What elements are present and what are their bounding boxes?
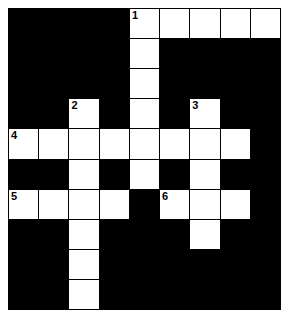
block-cell-r3c1 [9, 69, 38, 98]
block-cell-r10c7 [190, 280, 219, 309]
block-cell-r6c6 [160, 160, 189, 189]
block-cell-r1c2 [39, 9, 68, 38]
clue-number-4: 4 [11, 129, 17, 141]
cell-r1c7[interactable] [190, 9, 219, 38]
cell-r6c5[interactable] [130, 160, 159, 189]
block-cell-r8c2 [39, 220, 68, 249]
crossword-board: 123456 [8, 8, 281, 310]
block-cell-r9c2 [39, 250, 68, 279]
cell-r1c8[interactable] [221, 9, 250, 38]
cell-r7c4[interactable] [100, 190, 129, 219]
cell-r7c7[interactable] [190, 190, 219, 219]
block-cell-r8c5 [130, 220, 159, 249]
block-cell-r2c2 [39, 39, 68, 68]
cell-r1c6[interactable] [160, 9, 189, 38]
clue-number-3: 3 [192, 99, 198, 111]
block-cell-r2c8 [221, 39, 250, 68]
block-cell-r10c5 [130, 280, 159, 309]
cell-r7c6[interactable]: 6 [160, 190, 189, 219]
block-cell-r3c3 [69, 69, 98, 98]
block-cell-r4c4 [100, 99, 129, 128]
cell-r8c3[interactable] [69, 220, 98, 249]
cell-r3c5[interactable] [130, 69, 159, 98]
cell-r5c7[interactable] [190, 129, 219, 158]
cell-r5c3[interactable] [69, 129, 98, 158]
block-cell-r6c9 [251, 160, 280, 189]
cell-r4c5[interactable] [130, 99, 159, 128]
block-cell-r9c6 [160, 250, 189, 279]
cell-r4c7[interactable]: 3 [190, 99, 219, 128]
block-cell-r6c4 [100, 160, 129, 189]
block-cell-r2c3 [69, 39, 98, 68]
clue-number-6: 6 [162, 190, 168, 202]
block-cell-r1c4 [100, 9, 129, 38]
block-cell-r9c1 [9, 250, 38, 279]
block-cell-r9c8 [221, 250, 250, 279]
cell-r5c6[interactable] [160, 129, 189, 158]
cell-r7c3[interactable] [69, 190, 98, 219]
block-cell-r3c7 [190, 69, 219, 98]
block-cell-r2c4 [100, 39, 129, 68]
clue-number-1: 1 [132, 9, 138, 21]
block-cell-r5c9 [251, 129, 280, 158]
block-cell-r10c6 [160, 280, 189, 309]
cell-r5c1[interactable]: 4 [9, 129, 38, 158]
cell-r4c3[interactable]: 2 [69, 99, 98, 128]
block-cell-r9c4 [100, 250, 129, 279]
block-cell-r8c4 [100, 220, 129, 249]
block-cell-r3c6 [160, 69, 189, 98]
cell-r9c3[interactable] [69, 250, 98, 279]
block-cell-r10c2 [39, 280, 68, 309]
clue-number-5: 5 [11, 190, 17, 202]
block-cell-r9c7 [190, 250, 219, 279]
crossword-page: 123456 [0, 0, 291, 320]
cell-r1c9[interactable] [251, 9, 280, 38]
block-cell-r10c1 [9, 280, 38, 309]
block-cell-r4c1 [9, 99, 38, 128]
block-cell-r4c2 [39, 99, 68, 128]
block-cell-r10c8 [221, 280, 250, 309]
cell-r8c7[interactable] [190, 220, 219, 249]
block-cell-r9c9 [251, 250, 280, 279]
block-cell-r7c5 [130, 190, 159, 219]
block-cell-r8c8 [221, 220, 250, 249]
block-cell-r1c3 [69, 9, 98, 38]
block-cell-r1c1 [9, 9, 38, 38]
block-cell-r3c4 [100, 69, 129, 98]
block-cell-r4c8 [221, 99, 250, 128]
block-cell-r8c9 [251, 220, 280, 249]
cell-r5c2[interactable] [39, 129, 68, 158]
cell-r7c8[interactable] [221, 190, 250, 219]
cell-r7c2[interactable] [39, 190, 68, 219]
cell-r2c5[interactable] [130, 39, 159, 68]
cell-r5c4[interactable] [100, 129, 129, 158]
block-cell-r10c9 [251, 280, 280, 309]
cell-r10c3[interactable] [69, 280, 98, 309]
block-cell-r2c7 [190, 39, 219, 68]
cell-r1c5[interactable]: 1 [130, 9, 159, 38]
block-cell-r2c1 [9, 39, 38, 68]
block-cell-r3c2 [39, 69, 68, 98]
block-cell-r3c8 [221, 69, 250, 98]
cell-r6c7[interactable] [190, 160, 219, 189]
block-cell-r4c9 [251, 99, 280, 128]
block-cell-r2c6 [160, 39, 189, 68]
block-cell-r6c1 [9, 160, 38, 189]
block-cell-r9c5 [130, 250, 159, 279]
cell-r6c3[interactable] [69, 160, 98, 189]
cell-r5c5[interactable] [130, 129, 159, 158]
block-cell-r3c9 [251, 69, 280, 98]
block-cell-r4c6 [160, 99, 189, 128]
block-cell-r6c8 [221, 160, 250, 189]
block-cell-r8c1 [9, 220, 38, 249]
block-cell-r10c4 [100, 280, 129, 309]
block-cell-r6c2 [39, 160, 68, 189]
block-cell-r7c9 [251, 190, 280, 219]
cell-r5c8[interactable] [221, 129, 250, 158]
clue-number-2: 2 [71, 99, 77, 111]
block-cell-r2c9 [251, 39, 280, 68]
cell-r7c1[interactable]: 5 [9, 190, 38, 219]
block-cell-r8c6 [160, 220, 189, 249]
